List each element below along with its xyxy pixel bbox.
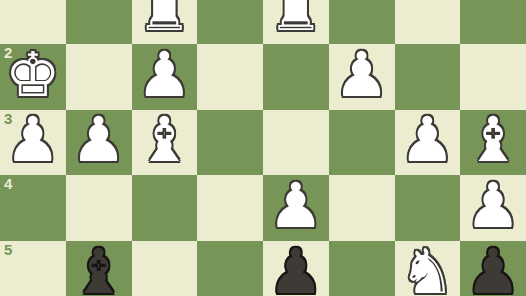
square-d5[interactable]: ♟ xyxy=(263,241,329,296)
white-bishop[interactable]: ♝ xyxy=(465,109,521,171)
square-a5[interactable]: ♟ xyxy=(460,241,526,296)
white-bishop[interactable]: ♝ xyxy=(137,109,193,171)
square-h5[interactable]: 5 xyxy=(0,241,66,296)
white-knight[interactable]: ♞ xyxy=(400,241,456,296)
square-h2[interactable]: 2♚ xyxy=(0,44,66,110)
square-g2[interactable] xyxy=(66,44,132,110)
square-g1[interactable] xyxy=(66,0,132,44)
white-rook[interactable]: ♜ xyxy=(137,0,193,40)
square-b4[interactable] xyxy=(395,175,461,241)
board-grid: ♜♜2♚♟♟3♟♟♝♟♝4♟♟5♝♟♞♟ xyxy=(0,0,526,296)
square-b2[interactable] xyxy=(395,44,461,110)
square-a3[interactable]: ♝ xyxy=(460,110,526,176)
black-pawn[interactable]: ♟ xyxy=(465,241,521,296)
white-pawn[interactable]: ♟ xyxy=(400,109,456,171)
square-c2[interactable]: ♟ xyxy=(329,44,395,110)
white-pawn[interactable]: ♟ xyxy=(334,44,390,106)
square-f2[interactable]: ♟ xyxy=(132,44,198,110)
square-e4[interactable] xyxy=(197,175,263,241)
square-d3[interactable] xyxy=(263,110,329,176)
square-c5[interactable] xyxy=(329,241,395,296)
square-g4[interactable] xyxy=(66,175,132,241)
square-a4[interactable]: ♟ xyxy=(460,175,526,241)
square-b3[interactable]: ♟ xyxy=(395,110,461,176)
rank-label-4: 4 xyxy=(4,176,12,193)
white-king[interactable]: ♚ xyxy=(5,44,61,106)
chessboard: ♜♜2♚♟♟3♟♟♝♟♝4♟♟5♝♟♞♟ xyxy=(0,0,526,296)
white-pawn[interactable]: ♟ xyxy=(268,175,324,237)
square-e5[interactable] xyxy=(197,241,263,296)
square-h3[interactable]: 3♟ xyxy=(0,110,66,176)
square-f4[interactable] xyxy=(132,175,198,241)
white-pawn[interactable]: ♟ xyxy=(465,175,521,237)
rank-label-5: 5 xyxy=(4,242,12,259)
square-e1[interactable] xyxy=(197,0,263,44)
square-f5[interactable] xyxy=(132,241,198,296)
square-f3[interactable]: ♝ xyxy=(132,110,198,176)
square-a1[interactable] xyxy=(460,0,526,44)
white-rook[interactable]: ♜ xyxy=(268,0,324,40)
square-e3[interactable] xyxy=(197,110,263,176)
square-h4[interactable]: 4 xyxy=(0,175,66,241)
square-c3[interactable] xyxy=(329,110,395,176)
white-pawn[interactable]: ♟ xyxy=(71,109,127,171)
square-d4[interactable]: ♟ xyxy=(263,175,329,241)
white-pawn[interactable]: ♟ xyxy=(137,44,193,106)
black-pawn[interactable]: ♟ xyxy=(268,241,324,296)
square-b5[interactable]: ♞ xyxy=(395,241,461,296)
square-d2[interactable] xyxy=(263,44,329,110)
square-e2[interactable] xyxy=(197,44,263,110)
square-g5[interactable]: ♝ xyxy=(66,241,132,296)
square-a2[interactable] xyxy=(460,44,526,110)
black-bishop[interactable]: ♝ xyxy=(71,241,127,296)
square-d1[interactable]: ♜ xyxy=(263,0,329,44)
square-b1[interactable] xyxy=(395,0,461,44)
white-pawn[interactable]: ♟ xyxy=(5,109,61,171)
square-g3[interactable]: ♟ xyxy=(66,110,132,176)
square-c4[interactable] xyxy=(329,175,395,241)
